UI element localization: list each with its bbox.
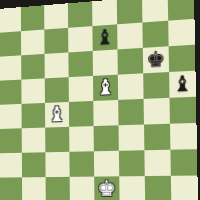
- square-a8[interactable]: [0, 7, 21, 33]
- square-a1[interactable]: [0, 177, 22, 200]
- square-a5[interactable]: [0, 80, 22, 105]
- square-c6[interactable]: [45, 52, 69, 78]
- square-h5[interactable]: ♝: [169, 71, 196, 98]
- square-g4[interactable]: [144, 98, 170, 125]
- square-h4[interactable]: [170, 97, 197, 124]
- square-d5[interactable]: [69, 76, 94, 102]
- square-e6[interactable]: [93, 49, 118, 75]
- square-b7[interactable]: [21, 30, 45, 56]
- square-f8[interactable]: [117, 0, 143, 24]
- square-d2[interactable]: [69, 151, 94, 177]
- square-g3[interactable]: [144, 124, 170, 151]
- square-d4[interactable]: [69, 101, 94, 127]
- square-b4[interactable]: [22, 103, 46, 128]
- square-h7[interactable]: [168, 19, 195, 47]
- square-f1[interactable]: [119, 176, 145, 200]
- square-g1[interactable]: [145, 176, 172, 200]
- square-e3[interactable]: [94, 125, 119, 151]
- square-b3[interactable]: [22, 128, 46, 153]
- square-d7[interactable]: [68, 26, 93, 52]
- square-e1[interactable]: ♚: [94, 176, 119, 200]
- square-h8[interactable]: [168, 0, 195, 21]
- square-c7[interactable]: [44, 28, 68, 54]
- piece-black-bishop-e7[interactable]: ♝: [92, 24, 117, 51]
- square-h1[interactable]: [171, 176, 198, 200]
- square-g6[interactable]: ♚: [143, 46, 169, 73]
- square-g7[interactable]: [142, 21, 168, 48]
- square-c4[interactable]: ♝: [45, 102, 69, 128]
- square-b1[interactable]: [22, 177, 46, 200]
- piece-black-king-g6[interactable]: ♚: [143, 46, 169, 73]
- square-e7[interactable]: ♝: [92, 24, 117, 51]
- square-a2[interactable]: [0, 153, 22, 178]
- piece-white-bishop-c4[interactable]: ♝: [45, 102, 69, 128]
- square-g8[interactable]: [142, 0, 168, 23]
- piece-white-bishop-e5[interactable]: ♝: [93, 75, 118, 101]
- square-e5[interactable]: ♝: [93, 75, 118, 101]
- square-e4[interactable]: [93, 100, 118, 126]
- square-a7[interactable]: [0, 31, 21, 57]
- square-g5[interactable]: [143, 72, 169, 99]
- square-c5[interactable]: [45, 77, 69, 103]
- square-e8[interactable]: [92, 0, 117, 26]
- square-d1[interactable]: [70, 177, 95, 200]
- square-b6[interactable]: [21, 54, 45, 80]
- square-b5[interactable]: [21, 78, 45, 104]
- square-f5[interactable]: [118, 73, 144, 100]
- square-d8[interactable]: [68, 1, 93, 28]
- square-c2[interactable]: [45, 152, 69, 177]
- square-f6[interactable]: [117, 48, 143, 75]
- piece-black-bishop-h5[interactable]: ♝: [169, 71, 196, 98]
- square-a6[interactable]: [0, 55, 21, 80]
- square-c1[interactable]: [46, 177, 70, 200]
- square-d6[interactable]: [68, 51, 93, 77]
- square-a4[interactable]: [0, 104, 22, 129]
- square-a3[interactable]: [0, 128, 22, 153]
- square-f7[interactable]: [117, 23, 143, 50]
- square-h3[interactable]: [170, 123, 197, 150]
- square-h6[interactable]: [169, 45, 196, 72]
- square-f2[interactable]: [119, 150, 145, 176]
- square-c8[interactable]: [44, 3, 68, 29]
- square-h2[interactable]: [170, 149, 197, 176]
- square-g2[interactable]: [144, 150, 170, 176]
- square-e2[interactable]: [94, 151, 119, 177]
- square-f4[interactable]: [118, 99, 144, 125]
- square-f3[interactable]: [119, 125, 145, 151]
- square-b2[interactable]: [22, 152, 46, 177]
- square-b8[interactable]: [21, 5, 44, 31]
- square-d3[interactable]: [69, 126, 94, 152]
- square-c3[interactable]: [45, 127, 69, 152]
- chess-board: ♝♚♝♝♝♚: [0, 0, 198, 200]
- piece-white-king-e1[interactable]: ♚: [94, 176, 119, 200]
- chess-board-photo: ♝♚♝♝♝♚: [0, 0, 200, 200]
